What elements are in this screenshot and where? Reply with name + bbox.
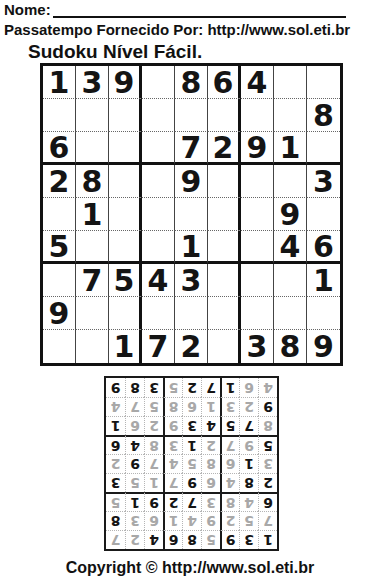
- solution-cell-r1c1: 1: [258, 530, 277, 549]
- solution-cell-r4c8: 5: [125, 473, 144, 492]
- puzzle-cell-r5c8: 9: [274, 198, 307, 231]
- puzzle-cell-r6c3: [109, 231, 142, 264]
- solution-cell-r2c2: 5: [239, 511, 258, 530]
- solution-cell-r4c1: 2: [258, 473, 277, 492]
- puzzle-cell-r1c9: [307, 66, 340, 99]
- solution-cell-r1c3: 9: [220, 530, 239, 549]
- solution-cell-r5c3: 6: [220, 454, 239, 473]
- puzzle-cell-r2c7: [241, 99, 274, 132]
- puzzle-cell-r4c7: [241, 165, 274, 198]
- puzzle-cell-r2c5: [175, 99, 208, 132]
- puzzle-cell-r4c3: [109, 165, 142, 198]
- solution-cell-r8c9: 4: [106, 397, 125, 416]
- solution-cell-r2c4: 9: [201, 511, 220, 530]
- puzzle-cell-r5c4: [142, 198, 175, 231]
- puzzle-cell-r3c7: 9: [241, 132, 274, 165]
- puzzle-cell-r4c6: [208, 165, 241, 198]
- solution-cell-r3c8: 1: [125, 492, 144, 511]
- puzzle-cell-r7c8: [274, 264, 307, 297]
- solution-cell-r9c3: 1: [220, 378, 239, 397]
- sudoku-puzzle-grid: 1398648672912893195146754319172389: [40, 63, 343, 366]
- puzzle-cell-r7c6: [208, 264, 241, 297]
- puzzle-cell-r9c1: [43, 330, 76, 363]
- solution-cell-r1c8: 2: [125, 530, 144, 549]
- solution-cell-r1c2: 3: [239, 530, 258, 549]
- solution-cell-r2c8: 3: [125, 511, 144, 530]
- puzzle-cell-r8c7: [241, 297, 274, 330]
- solution-cell-r9c1: 4: [258, 378, 277, 397]
- solution-cell-r5c6: 4: [163, 454, 182, 473]
- solution-cell-r5c4: 8: [201, 454, 220, 473]
- puzzle-cell-r9c5: 2: [175, 330, 208, 363]
- puzzle-cell-r1c6: 6: [208, 66, 241, 99]
- puzzle-cell-r9c2: [76, 330, 109, 363]
- puzzle-cell-r5c5: [175, 198, 208, 231]
- puzzle-cell-r8c3: [109, 297, 142, 330]
- solution-cell-r7c3: 5: [220, 416, 239, 435]
- solution-cell-r1c6: 6: [163, 530, 182, 549]
- solution-cell-r7c1: 8: [258, 416, 277, 435]
- puzzle-cell-r9c9: 9: [307, 330, 340, 363]
- solution-cell-r4c6: 7: [163, 473, 182, 492]
- puzzle-cell-r5c7: [241, 198, 274, 231]
- solution-cell-r3c7: 9: [144, 492, 163, 511]
- puzzle-cell-r1c4: [142, 66, 175, 99]
- solution-cell-r5c7: 7: [144, 454, 163, 473]
- solution-cell-r8c3: 3: [220, 397, 239, 416]
- puzzle-cell-r9c8: 8: [274, 330, 307, 363]
- name-row: Nome:: [4, 1, 346, 18]
- puzzle-cell-r3c1: 6: [43, 132, 76, 165]
- solution-cell-r3c2: 4: [239, 492, 258, 511]
- solution-cell-r3c4: 3: [201, 492, 220, 511]
- puzzle-cell-r3c3: [109, 132, 142, 165]
- solution-cell-r3c6: 2: [163, 492, 182, 511]
- solution-cell-r5c5: 5: [182, 454, 201, 473]
- solution-cell-r6c3: 7: [220, 435, 239, 454]
- solution-cell-r2c5: 4: [182, 511, 201, 530]
- solution-cell-r8c1: 9: [258, 397, 277, 416]
- solution-cell-r8c4: 1: [201, 397, 220, 416]
- solution-cell-r4c7: 1: [144, 473, 163, 492]
- puzzle-cell-r4c5: 9: [175, 165, 208, 198]
- puzzle-cell-r7c4: 4: [142, 264, 175, 297]
- solution-cell-r6c4: 2: [201, 435, 220, 454]
- solution-cell-r2c3: 2: [220, 511, 239, 530]
- puzzle-cell-r3c2: [76, 132, 109, 165]
- solution-cell-r4c5: 9: [182, 473, 201, 492]
- solution-cell-r4c4: 6: [201, 473, 220, 492]
- sudoku-worksheet-page: Nome: Passatempo Fornecido Por: http://w…: [0, 0, 380, 585]
- solution-cell-r6c7: 8: [144, 435, 163, 454]
- solution-cell-r2c7: 6: [144, 511, 163, 530]
- solution-cell-r7c5: 3: [182, 416, 201, 435]
- solution-cell-r8c8: 7: [125, 397, 144, 416]
- puzzle-cell-r6c5: 1: [175, 231, 208, 264]
- solution-cell-r8c2: 2: [239, 397, 258, 416]
- solution-cell-r8c5: 6: [182, 397, 201, 416]
- puzzle-cell-r1c1: 1: [43, 66, 76, 99]
- puzzle-cell-r4c4: [142, 165, 175, 198]
- puzzle-cell-r1c8: [274, 66, 307, 99]
- puzzle-cell-r3c5: 7: [175, 132, 208, 165]
- puzzle-cell-r5c9: [307, 198, 340, 231]
- puzzle-cell-r8c1: 9: [43, 297, 76, 330]
- solution-cell-r4c2: 8: [239, 473, 258, 492]
- puzzle-cell-r5c6: [208, 198, 241, 231]
- copyright-line: Copyright © http://www.sol.eti.br: [0, 559, 380, 577]
- puzzle-cell-r1c2: 3: [76, 66, 109, 99]
- puzzle-cell-r4c1: 2: [43, 165, 76, 198]
- puzzle-cell-r6c7: [241, 231, 274, 264]
- solution-cell-r5c8: 9: [125, 454, 144, 473]
- puzzle-cell-r8c6: [208, 297, 241, 330]
- solution-cell-r3c5: 7: [182, 492, 201, 511]
- puzzle-cell-r1c5: 8: [175, 66, 208, 99]
- solution-cell-r8c7: 5: [144, 397, 163, 416]
- page-title: Sudoku Nível Fácil.: [28, 41, 202, 63]
- name-underline: [53, 1, 346, 18]
- puzzle-cell-r1c3: 9: [109, 66, 142, 99]
- solution-cell-r5c9: 2: [106, 454, 125, 473]
- puzzle-cell-r7c9: 1: [307, 264, 340, 297]
- solution-cell-r5c1: 3: [258, 454, 277, 473]
- puzzle-cell-r7c5: 3: [175, 264, 208, 297]
- solution-cell-r2c6: 1: [163, 511, 182, 530]
- puzzle-cell-r3c6: 2: [208, 132, 241, 165]
- puzzle-cell-r7c3: 5: [109, 264, 142, 297]
- solution-cell-r2c1: 7: [258, 511, 277, 530]
- solution-cell-r7c2: 7: [239, 416, 258, 435]
- solution-cell-r5c2: 1: [239, 454, 258, 473]
- puzzle-cell-r5c1: [43, 198, 76, 231]
- solution-cell-r6c8: 4: [125, 435, 144, 454]
- solution-cell-r9c5: 2: [182, 378, 201, 397]
- solution-cell-r9c4: 7: [201, 378, 220, 397]
- puzzle-cell-r8c2: [76, 297, 109, 330]
- puzzle-cell-r2c6: [208, 99, 241, 132]
- puzzle-cell-r4c9: 3: [307, 165, 340, 198]
- solution-cell-r1c4: 5: [201, 530, 220, 549]
- solution-cell-r7c6: 9: [163, 416, 182, 435]
- sudoku-solution-grid-upside-down: 1395864277529416386483729152846971533168…: [104, 376, 279, 551]
- puzzle-cell-r2c4: [142, 99, 175, 132]
- puzzle-cell-r6c8: 4: [274, 231, 307, 264]
- solution-cell-r8c6: 8: [163, 397, 182, 416]
- solution-cell-r7c7: 2: [144, 416, 163, 435]
- puzzle-cell-r3c4: [142, 132, 175, 165]
- puzzle-cell-r9c4: 7: [142, 330, 175, 363]
- puzzle-cell-r6c6: [208, 231, 241, 264]
- solution-cell-r4c9: 3: [106, 473, 125, 492]
- puzzle-cell-r6c9: 6: [307, 231, 340, 264]
- puzzle-cell-r8c4: [142, 297, 175, 330]
- puzzle-cell-r8c5: [175, 297, 208, 330]
- puzzle-cell-r4c2: 8: [76, 165, 109, 198]
- puzzle-cell-r2c3: [109, 99, 142, 132]
- solution-cell-r7c9: 1: [106, 416, 125, 435]
- name-label: Nome:: [4, 1, 51, 18]
- puzzle-cell-r7c2: 7: [76, 264, 109, 297]
- puzzle-cell-r7c7: [241, 264, 274, 297]
- solution-cell-r6c9: 6: [106, 435, 125, 454]
- puzzle-cell-r7c1: [43, 264, 76, 297]
- solution-cell-r7c8: 6: [125, 416, 144, 435]
- solution-cell-r4c3: 4: [220, 473, 239, 492]
- puzzle-cell-r2c8: [274, 99, 307, 132]
- provider-line: Passatempo Fornecido Por: http://www.sol…: [4, 21, 350, 38]
- solution-cell-r9c8: 8: [125, 378, 144, 397]
- puzzle-cell-r3c8: 1: [274, 132, 307, 165]
- puzzle-cell-r2c2: [76, 99, 109, 132]
- solution-cell-r3c3: 8: [220, 492, 239, 511]
- solution-cell-r1c7: 4: [144, 530, 163, 549]
- puzzle-cell-r9c3: 1: [109, 330, 142, 363]
- solution-cell-r7c4: 4: [201, 416, 220, 435]
- solution-cell-r9c2: 6: [239, 378, 258, 397]
- puzzle-cell-r2c1: [43, 99, 76, 132]
- puzzle-cell-r5c3: [109, 198, 142, 231]
- puzzle-cell-r5c2: 1: [76, 198, 109, 231]
- puzzle-cell-r6c1: 5: [43, 231, 76, 264]
- solution-cell-r6c2: 9: [239, 435, 258, 454]
- puzzle-cell-r8c9: [307, 297, 340, 330]
- solution-cell-r1c5: 8: [182, 530, 201, 549]
- puzzle-cell-r1c7: 4: [241, 66, 274, 99]
- solution-cell-r2c9: 8: [106, 511, 125, 530]
- puzzle-cell-r4c8: [274, 165, 307, 198]
- solution-cell-r9c6: 5: [163, 378, 182, 397]
- solution-cell-r6c1: 5: [258, 435, 277, 454]
- solution-cell-r9c7: 3: [144, 378, 163, 397]
- puzzle-cell-r8c8: [274, 297, 307, 330]
- puzzle-cell-r9c7: 3: [241, 330, 274, 363]
- puzzle-cell-r3c9: [307, 132, 340, 165]
- solution-cell-r9c9: 9: [106, 378, 125, 397]
- solution-cell-r3c9: 5: [106, 492, 125, 511]
- solution-cell-r6c5: 1: [182, 435, 201, 454]
- puzzle-cell-r6c2: [76, 231, 109, 264]
- puzzle-cell-r2c9: 8: [307, 99, 340, 132]
- puzzle-cell-r9c6: [208, 330, 241, 363]
- solution-cell-r3c1: 6: [258, 492, 277, 511]
- solution-cell-r6c6: 3: [163, 435, 182, 454]
- puzzle-cell-r6c4: [142, 231, 175, 264]
- solution-cell-r1c9: 7: [106, 530, 125, 549]
